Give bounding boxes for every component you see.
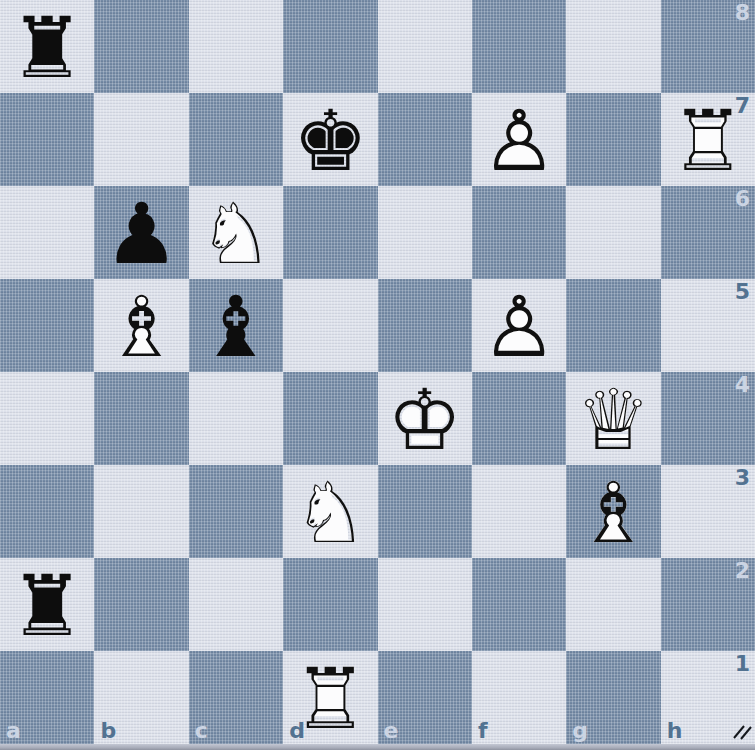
square-f6[interactable] (472, 186, 566, 279)
piece-black-pawn[interactable]: ♟ (94, 186, 188, 279)
square-b8[interactable] (94, 0, 188, 93)
rank-label-5: 5 (735, 279, 750, 304)
white-pawn-glyph-outline: ♙ (472, 280, 566, 373)
square-b6[interactable]: ♟ (94, 186, 188, 279)
square-a6[interactable] (0, 186, 94, 279)
square-d5[interactable] (283, 279, 377, 372)
rank-label-6: 6 (735, 186, 750, 211)
white-pawn-glyph-outline: ♙ (472, 94, 566, 187)
piece-black-bishop[interactable]: ♝ (189, 279, 283, 372)
file-label-f: f (478, 719, 488, 743)
square-h3[interactable]: 3 (661, 465, 755, 558)
file-label-g: g (572, 719, 588, 743)
square-d2[interactable] (283, 558, 377, 651)
rank-label-8: 8 (735, 0, 750, 25)
square-c2[interactable] (189, 558, 283, 651)
piece-black-rook[interactable]: ♜ (0, 558, 94, 651)
square-d4[interactable] (283, 372, 377, 465)
square-g7[interactable] (566, 93, 660, 186)
black-rook-glyph: ♜ (0, 1, 94, 94)
square-e4[interactable]: ♚♔ (378, 372, 472, 465)
file-label-h: h (667, 719, 683, 743)
square-h5[interactable]: 5 (661, 279, 755, 372)
file-label-d: d (289, 719, 305, 743)
square-a8[interactable]: ♜ (0, 0, 94, 93)
square-a1[interactable]: a (0, 651, 94, 744)
piece-white-queen[interactable]: ♛♕ (566, 372, 660, 465)
board-bottom-edge (0, 744, 755, 750)
square-b1[interactable]: b (94, 651, 188, 744)
white-bishop-glyph-outline: ♗ (94, 280, 188, 373)
square-b7[interactable] (94, 93, 188, 186)
square-e1[interactable]: e (378, 651, 472, 744)
piece-white-pawn[interactable]: ♟♙ (472, 93, 566, 186)
square-f3[interactable] (472, 465, 566, 558)
square-b3[interactable] (94, 465, 188, 558)
square-f4[interactable] (472, 372, 566, 465)
square-d3[interactable]: ♞♘ (283, 465, 377, 558)
rank-label-3: 3 (735, 465, 750, 490)
square-g6[interactable] (566, 186, 660, 279)
square-h2[interactable]: 2 (661, 558, 755, 651)
square-c7[interactable] (189, 93, 283, 186)
square-g2[interactable] (566, 558, 660, 651)
square-f5[interactable]: ♟♙ (472, 279, 566, 372)
square-h4[interactable]: 4 (661, 372, 755, 465)
square-e5[interactable] (378, 279, 472, 372)
square-h6[interactable]: 6 (661, 186, 755, 279)
file-label-b: b (100, 719, 116, 743)
square-b2[interactable] (94, 558, 188, 651)
square-b4[interactable] (94, 372, 188, 465)
rank-label-1: 1 (735, 651, 750, 676)
piece-white-knight[interactable]: ♞♘ (283, 465, 377, 558)
square-g4[interactable]: ♛♕ (566, 372, 660, 465)
square-g5[interactable] (566, 279, 660, 372)
black-rook-glyph: ♜ (0, 559, 94, 652)
square-c8[interactable] (189, 0, 283, 93)
square-g8[interactable] (566, 0, 660, 93)
square-e8[interactable] (378, 0, 472, 93)
square-c6[interactable]: ♞♘ (189, 186, 283, 279)
piece-white-king[interactable]: ♚♔ (378, 372, 472, 465)
square-c4[interactable] (189, 372, 283, 465)
square-a4[interactable] (0, 372, 94, 465)
piece-white-knight[interactable]: ♞♘ (189, 186, 283, 279)
square-a2[interactable]: ♜ (0, 558, 94, 651)
rank-label-2: 2 (735, 558, 750, 583)
square-g1[interactable]: g (566, 651, 660, 744)
square-c1[interactable]: c (189, 651, 283, 744)
square-f7[interactable]: ♟♙ (472, 93, 566, 186)
square-h7[interactable]: ♜♖7 (661, 93, 755, 186)
white-knight-glyph-outline: ♘ (189, 187, 283, 280)
chess-board-window: ♜8♚♟♙♜♖7♟♞♘6♝♗♝♟♙5♚♔♛♕4♞♘♝♗3♜2abc♜♖defg1… (0, 0, 755, 750)
file-label-c: c (195, 719, 208, 743)
rank-label-4: 4 (735, 372, 750, 397)
black-king-glyph: ♚ (283, 94, 377, 187)
chess-board: ♜8♚♟♙♜♖7♟♞♘6♝♗♝♟♙5♚♔♛♕4♞♘♝♗3♜2abc♜♖defg1… (0, 0, 755, 744)
piece-white-bishop[interactable]: ♝♗ (94, 279, 188, 372)
file-label-a: a (6, 719, 21, 743)
white-knight-glyph-outline: ♘ (283, 466, 377, 559)
square-e7[interactable] (378, 93, 472, 186)
square-d6[interactable] (283, 186, 377, 279)
square-e6[interactable] (378, 186, 472, 279)
square-d1[interactable]: ♜♖d (283, 651, 377, 744)
square-f1[interactable]: f (472, 651, 566, 744)
file-label-e: e (384, 719, 399, 743)
square-a7[interactable] (0, 93, 94, 186)
rank-label-7: 7 (735, 93, 750, 118)
white-king-glyph-outline: ♔ (378, 373, 472, 466)
square-b5[interactable]: ♝♗ (94, 279, 188, 372)
square-g3[interactable]: ♝♗ (566, 465, 660, 558)
black-pawn-glyph: ♟ (94, 187, 188, 280)
piece-black-rook[interactable]: ♜ (0, 0, 94, 93)
piece-black-king[interactable]: ♚ (283, 93, 377, 186)
square-d8[interactable] (283, 0, 377, 93)
square-f2[interactable] (472, 558, 566, 651)
square-a5[interactable] (0, 279, 94, 372)
piece-white-bishop[interactable]: ♝♗ (566, 465, 660, 558)
square-e2[interactable] (378, 558, 472, 651)
square-f8[interactable] (472, 0, 566, 93)
square-c3[interactable] (189, 465, 283, 558)
square-d7[interactable]: ♚ (283, 93, 377, 186)
square-c5[interactable]: ♝ (189, 279, 283, 372)
white-bishop-glyph-outline: ♗ (566, 466, 660, 559)
white-queen-glyph-outline: ♕ (566, 373, 660, 466)
square-e3[interactable] (378, 465, 472, 558)
black-bishop-glyph: ♝ (189, 280, 283, 373)
resize-grip-icon[interactable] (732, 722, 752, 740)
square-h1[interactable]: 1h (661, 651, 755, 744)
square-h8[interactable]: 8 (661, 0, 755, 93)
square-a3[interactable] (0, 465, 94, 558)
piece-white-pawn[interactable]: ♟♙ (472, 279, 566, 372)
